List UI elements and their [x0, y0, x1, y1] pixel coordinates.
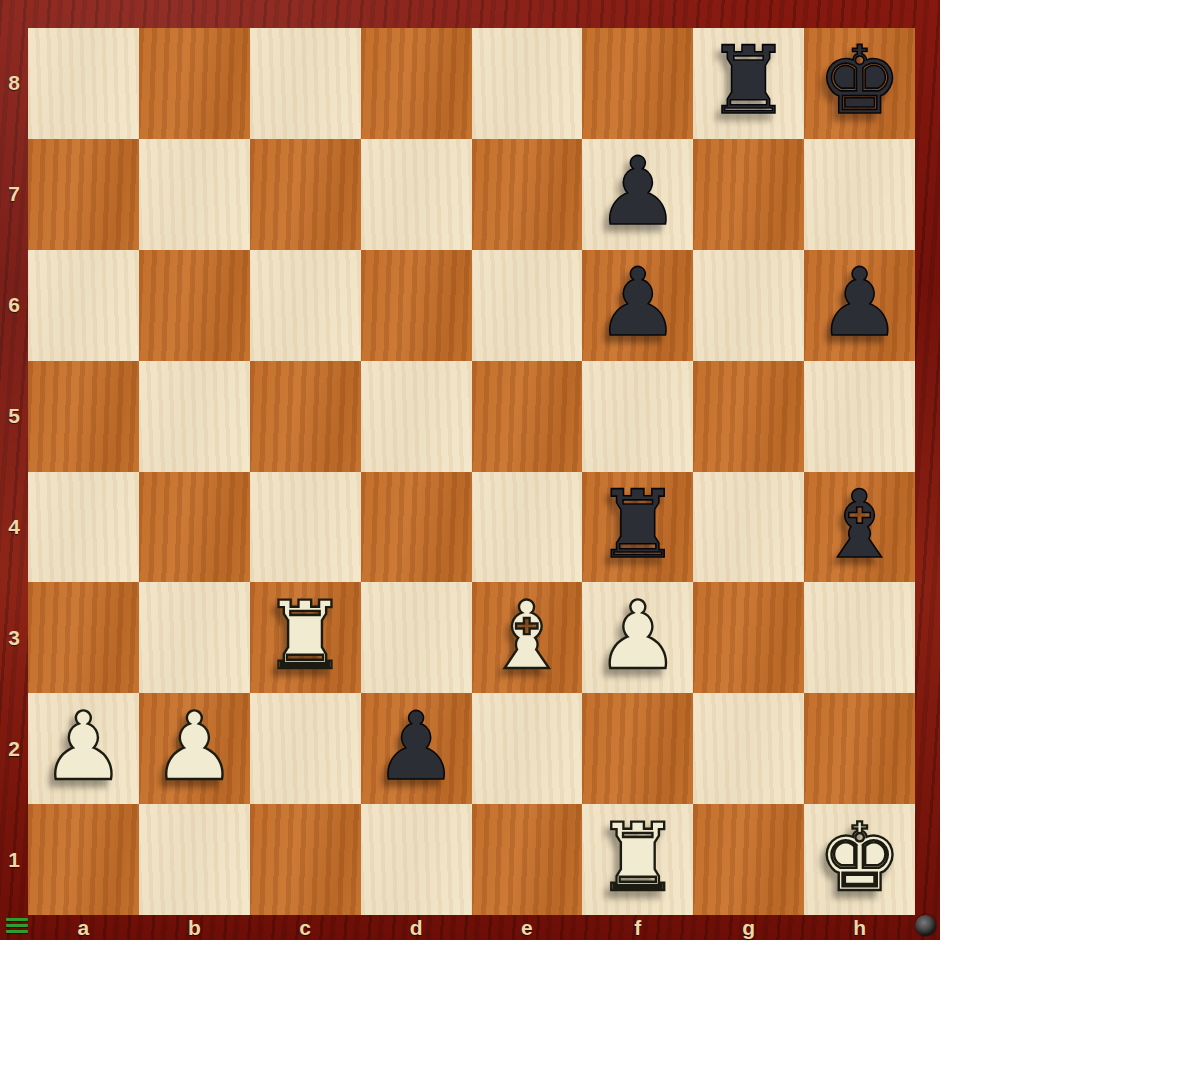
black-rook-f4[interactable]: ♜	[596, 478, 680, 572]
black-pawn-d2[interactable]: ♟	[374, 700, 458, 794]
square-c5[interactable]	[250, 361, 361, 472]
rank-label-2: 2	[0, 693, 28, 804]
file-label-g: g	[693, 915, 804, 940]
white-rook-f1[interactable]: ♜	[596, 811, 680, 905]
square-g7[interactable]	[693, 139, 804, 250]
rank-label-5: 5	[0, 361, 28, 472]
white-king-h1[interactable]: ♚	[817, 811, 901, 905]
square-g8[interactable]: ♜	[693, 28, 804, 139]
black-pawn-f7[interactable]: ♟	[596, 145, 680, 239]
white-pawn-f3[interactable]: ♟	[596, 589, 680, 683]
square-e1[interactable]	[472, 804, 583, 915]
square-h8[interactable]: ♚	[804, 28, 915, 139]
black-bishop-h4[interactable]: ♝	[817, 478, 901, 572]
square-c1[interactable]	[250, 804, 361, 915]
square-h6[interactable]: ♟	[804, 250, 915, 361]
black-pawn-f6[interactable]: ♟	[596, 256, 680, 350]
square-g3[interactable]	[693, 582, 804, 693]
square-d5[interactable]	[361, 361, 472, 472]
white-bishop-e3[interactable]: ♝	[485, 589, 569, 683]
corner-knob-button[interactable]	[915, 915, 936, 936]
square-c3[interactable]: ♜	[250, 582, 361, 693]
square-h1[interactable]: ♚	[804, 804, 915, 915]
square-a6[interactable]	[28, 250, 139, 361]
file-label-h: h	[804, 915, 915, 940]
rank-label-6: 6	[0, 250, 28, 361]
chess-board: ♜♚♟♟♟♜♝♜♝♟♟♟♟♜♚	[28, 28, 915, 915]
black-rook-g8[interactable]: ♜	[707, 34, 791, 128]
square-a1[interactable]	[28, 804, 139, 915]
square-b3[interactable]	[139, 582, 250, 693]
menu-bar	[6, 924, 28, 927]
square-h5[interactable]	[804, 361, 915, 472]
square-d1[interactable]	[361, 804, 472, 915]
hamburger-menu-icon[interactable]	[6, 918, 28, 933]
square-g4[interactable]	[693, 472, 804, 583]
square-h2[interactable]	[804, 693, 915, 804]
square-a3[interactable]	[28, 582, 139, 693]
white-rook-c3[interactable]: ♜	[263, 589, 347, 683]
page: ♜♚♟♟♟♜♝♜♝♟♟♟♟♜♚ 87654321abcdefgh	[0, 0, 1200, 1065]
menu-bar	[6, 930, 28, 933]
square-f5[interactable]	[582, 361, 693, 472]
square-b6[interactable]	[139, 250, 250, 361]
file-label-c: c	[250, 915, 361, 940]
square-g1[interactable]	[693, 804, 804, 915]
square-f4[interactable]: ♜	[582, 472, 693, 583]
square-e2[interactable]	[472, 693, 583, 804]
square-a5[interactable]	[28, 361, 139, 472]
file-label-d: d	[361, 915, 472, 940]
square-d4[interactable]	[361, 472, 472, 583]
square-g2[interactable]	[693, 693, 804, 804]
black-pawn-h6[interactable]: ♟	[817, 256, 901, 350]
square-d2[interactable]: ♟	[361, 693, 472, 804]
square-f8[interactable]	[582, 28, 693, 139]
square-b1[interactable]	[139, 804, 250, 915]
square-a2[interactable]: ♟	[28, 693, 139, 804]
square-c2[interactable]	[250, 693, 361, 804]
square-a4[interactable]	[28, 472, 139, 583]
rank-label-7: 7	[0, 139, 28, 250]
file-label-f: f	[582, 915, 693, 940]
rank-label-4: 4	[0, 472, 28, 583]
square-b8[interactable]	[139, 28, 250, 139]
square-h7[interactable]	[804, 139, 915, 250]
square-d3[interactable]	[361, 582, 472, 693]
square-h4[interactable]: ♝	[804, 472, 915, 583]
file-label-b: b	[139, 915, 250, 940]
square-h3[interactable]	[804, 582, 915, 693]
square-a8[interactable]	[28, 28, 139, 139]
menu-bar	[6, 918, 28, 921]
square-b4[interactable]	[139, 472, 250, 583]
square-e7[interactable]	[472, 139, 583, 250]
square-f7[interactable]: ♟	[582, 139, 693, 250]
square-e8[interactable]	[472, 28, 583, 139]
square-b5[interactable]	[139, 361, 250, 472]
file-label-a: a	[28, 915, 139, 940]
square-f3[interactable]: ♟	[582, 582, 693, 693]
square-f2[interactable]	[582, 693, 693, 804]
square-e6[interactable]	[472, 250, 583, 361]
square-c6[interactable]	[250, 250, 361, 361]
rank-label-3: 3	[0, 582, 28, 693]
square-d7[interactable]	[361, 139, 472, 250]
square-f1[interactable]: ♜	[582, 804, 693, 915]
square-c8[interactable]	[250, 28, 361, 139]
square-e5[interactable]	[472, 361, 583, 472]
square-b7[interactable]	[139, 139, 250, 250]
file-label-e: e	[472, 915, 583, 940]
square-a7[interactable]	[28, 139, 139, 250]
square-g5[interactable]	[693, 361, 804, 472]
white-pawn-b2[interactable]: ♟	[152, 700, 236, 794]
board-frame: ♜♚♟♟♟♜♝♜♝♟♟♟♟♜♚ 87654321abcdefgh	[0, 0, 940, 940]
white-pawn-a2[interactable]: ♟	[41, 700, 125, 794]
square-g6[interactable]	[693, 250, 804, 361]
square-f6[interactable]: ♟	[582, 250, 693, 361]
square-d8[interactable]	[361, 28, 472, 139]
square-c7[interactable]	[250, 139, 361, 250]
square-b2[interactable]: ♟	[139, 693, 250, 804]
rank-label-1: 1	[0, 804, 28, 915]
square-c4[interactable]	[250, 472, 361, 583]
square-e4[interactable]	[472, 472, 583, 583]
rank-label-8: 8	[0, 28, 28, 139]
square-d6[interactable]	[361, 250, 472, 361]
black-king-h8[interactable]: ♚	[817, 34, 901, 128]
square-e3[interactable]: ♝	[472, 582, 583, 693]
